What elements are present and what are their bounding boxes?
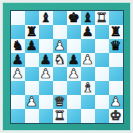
square-h6[interactable]: ♛ xyxy=(109,39,123,53)
square-g7[interactable] xyxy=(95,25,109,39)
square-g2[interactable] xyxy=(95,95,109,109)
square-c1[interactable] xyxy=(39,109,53,123)
chess-board: ♝♚♝♜♜♟♜♞♟♟♛♟♟♞♟♟♟♟♟♝♟♛♟♜♚ xyxy=(10,10,124,124)
black-knight: ♞ xyxy=(12,38,24,52)
square-e3[interactable] xyxy=(67,81,81,95)
white-rook: ♜ xyxy=(96,10,108,24)
black-pawn: ♟ xyxy=(68,52,80,66)
white-king: ♚ xyxy=(110,108,122,122)
square-f2[interactable] xyxy=(81,95,95,109)
black-rook: ♜ xyxy=(110,24,122,38)
square-g3[interactable] xyxy=(95,81,109,95)
square-d5[interactable]: ♞ xyxy=(53,53,67,67)
white-pawn: ♟ xyxy=(54,38,66,52)
square-c8[interactable]: ♝ xyxy=(39,11,53,25)
square-b6[interactable]: ♟ xyxy=(25,39,39,53)
square-e8[interactable]: ♚ xyxy=(67,11,81,25)
square-e7[interactable] xyxy=(67,25,81,39)
square-c7[interactable] xyxy=(39,25,53,39)
square-h5[interactable] xyxy=(109,53,123,67)
white-bishop: ♝ xyxy=(82,80,94,94)
white-pawn: ♟ xyxy=(82,52,94,66)
square-g6[interactable] xyxy=(95,39,109,53)
square-d1[interactable]: ♜ xyxy=(53,109,67,123)
square-h4[interactable] xyxy=(109,67,123,81)
white-pawn: ♟ xyxy=(110,94,122,108)
black-pawn: ♟ xyxy=(12,52,24,66)
square-f5[interactable]: ♟ xyxy=(81,53,95,67)
square-a8[interactable] xyxy=(11,11,25,25)
square-f3[interactable]: ♝ xyxy=(81,81,95,95)
white-pawn: ♟ xyxy=(26,94,38,108)
white-pawn: ♟ xyxy=(68,66,80,80)
square-d8[interactable] xyxy=(53,11,67,25)
black-pawn: ♟ xyxy=(82,24,94,38)
square-b1[interactable] xyxy=(25,109,39,123)
square-e4[interactable]: ♟ xyxy=(67,67,81,81)
white-pawn: ♟ xyxy=(12,66,24,80)
square-f1[interactable] xyxy=(81,109,95,123)
square-d4[interactable] xyxy=(53,67,67,81)
square-g5[interactable] xyxy=(95,53,109,67)
white-pawn: ♟ xyxy=(40,66,52,80)
white-rook: ♜ xyxy=(54,108,66,122)
square-b2[interactable]: ♟ xyxy=(25,95,39,109)
square-a4[interactable]: ♟ xyxy=(11,67,25,81)
square-g1[interactable] xyxy=(95,109,109,123)
square-a1[interactable] xyxy=(11,109,25,123)
white-knight: ♞ xyxy=(54,52,66,66)
square-e1[interactable] xyxy=(67,109,81,123)
chess-app-screenshot: ♝♚♝♜♜♟♜♞♟♟♛♟♟♞♟♟♟♟♟♝♟♛♟♜♚ xyxy=(0,0,133,133)
black-pawn: ♟ xyxy=(40,52,52,66)
square-b5[interactable] xyxy=(25,53,39,67)
square-c4[interactable]: ♟ xyxy=(39,67,53,81)
black-bishop: ♝ xyxy=(40,10,52,24)
square-b4[interactable] xyxy=(25,67,39,81)
square-c3[interactable] xyxy=(39,81,53,95)
square-h1[interactable]: ♚ xyxy=(109,109,123,123)
square-c2[interactable] xyxy=(39,95,53,109)
square-g4[interactable] xyxy=(95,67,109,81)
black-pawn: ♟ xyxy=(26,38,38,52)
black-bishop: ♝ xyxy=(82,10,94,24)
square-a2[interactable] xyxy=(11,95,25,109)
black-rook: ♜ xyxy=(26,24,38,38)
square-a3[interactable] xyxy=(11,81,25,95)
square-f7[interactable]: ♟ xyxy=(81,25,95,39)
black-king: ♚ xyxy=(68,10,80,24)
board-frame: ♝♚♝♜♜♟♜♞♟♟♛♟♟♞♟♟♟♟♟♝♟♛♟♜♚ xyxy=(2,2,131,131)
black-queen: ♛ xyxy=(110,38,122,52)
square-g8[interactable]: ♜ xyxy=(95,11,109,25)
white-queen: ♛ xyxy=(54,94,66,108)
square-e2[interactable] xyxy=(67,95,81,109)
